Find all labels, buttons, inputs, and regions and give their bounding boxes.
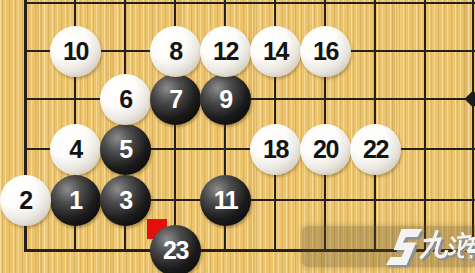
stone-white-2: 2 [0, 175, 51, 226]
stone-white-12: 12 [200, 26, 251, 77]
jiuyou-9game-logo-icon [383, 226, 475, 268]
stone-black-3: 3 [100, 175, 151, 226]
stone-white-16: 16 [300, 26, 351, 77]
star-point [465, 91, 475, 108]
stone-black-23: 23 [150, 225, 201, 273]
stone-white-10: 10 [50, 26, 101, 77]
watermark-dash [468, 249, 475, 253]
go-diagram-screenshot: 123456789101112141618202223 [0, 0, 475, 273]
stone-white-6: 6 [100, 74, 151, 125]
grid-line-vertical [424, 0, 426, 252]
stone-white-20: 20 [300, 124, 351, 175]
stone-black-7: 7 [150, 74, 201, 125]
stone-white-18: 18 [250, 124, 301, 175]
grid-line-horizontal [25, 2, 475, 4]
stone-black-9: 9 [200, 74, 251, 125]
stone-black-11: 11 [200, 175, 251, 226]
stone-white-8: 8 [150, 26, 201, 77]
stone-black-5: 5 [100, 124, 151, 175]
stone-black-1: 1 [50, 175, 101, 226]
stone-white-22: 22 [350, 124, 401, 175]
stone-white-4: 4 [50, 124, 101, 175]
stone-white-14: 14 [250, 26, 301, 77]
grid-line-vertical [472, 0, 474, 252]
